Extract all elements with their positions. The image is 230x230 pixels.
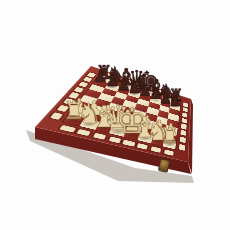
product-photo: Product photo of a folding wooden chess … bbox=[0, 0, 230, 230]
pieces-layer: ♜♞♝♛♚♝♞♜♟♟♟♟♟♟♟♟♟♟♟♟♟♟♟♟♜♞♝♛♚♝♞♜ bbox=[0, 0, 230, 230]
piece-black-pawn[interactable]: ♟ bbox=[169, 94, 182, 109]
photo-layer: ♜♞♝♛♚♝♞♜♟♟♟♟♟♟♟♟♟♟♟♟♟♟♟♟♜♞♝♛♚♝♞♜ bbox=[0, 0, 230, 230]
piece-white-rook[interactable]: ♜ bbox=[160, 125, 180, 147]
